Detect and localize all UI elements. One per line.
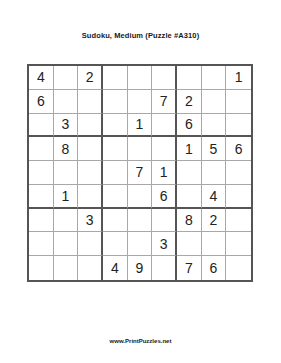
puzzle-title: Sudoku, Medium (Puzzle #A310) bbox=[0, 31, 281, 40]
cell-r1c1: 4 bbox=[29, 66, 54, 90]
cell-r8c2 bbox=[54, 232, 79, 256]
cell-r3c3 bbox=[78, 114, 103, 138]
cell-r9c9 bbox=[226, 256, 251, 280]
cell-r9c1 bbox=[29, 256, 54, 280]
cell-r5c3 bbox=[78, 161, 103, 185]
cell-r4c9: 6 bbox=[226, 137, 251, 161]
cell-r7c3: 3 bbox=[78, 209, 103, 233]
cell-r8c1 bbox=[29, 232, 54, 256]
cell-r6c8: 4 bbox=[202, 185, 227, 209]
cell-r8c5 bbox=[128, 232, 153, 256]
cell-r4c3 bbox=[78, 137, 103, 161]
cell-r9c3 bbox=[78, 256, 103, 280]
cell-r5c4 bbox=[103, 161, 128, 185]
cell-r1c9: 1 bbox=[226, 66, 251, 90]
cell-r5c9 bbox=[226, 161, 251, 185]
cell-r7c9 bbox=[226, 209, 251, 233]
cell-r9c8: 6 bbox=[202, 256, 227, 280]
cell-r5c2 bbox=[54, 161, 79, 185]
cell-r9c6 bbox=[152, 256, 177, 280]
cell-r3c6 bbox=[152, 114, 177, 138]
cell-r6c6: 6 bbox=[152, 185, 177, 209]
cell-r2c6: 7 bbox=[152, 90, 177, 114]
cell-r8c9 bbox=[226, 232, 251, 256]
cell-r9c5: 9 bbox=[128, 256, 153, 280]
cell-r6c1 bbox=[29, 185, 54, 209]
cell-r5c7 bbox=[177, 161, 202, 185]
cell-r2c5 bbox=[128, 90, 153, 114]
cell-r4c2: 8 bbox=[54, 137, 79, 161]
cell-r8c4 bbox=[103, 232, 128, 256]
cell-r1c6 bbox=[152, 66, 177, 90]
cell-r4c1 bbox=[29, 137, 54, 161]
cell-r2c1: 6 bbox=[29, 90, 54, 114]
cell-r7c1 bbox=[29, 209, 54, 233]
cell-r3c8 bbox=[202, 114, 227, 138]
cell-r5c1 bbox=[29, 161, 54, 185]
cell-r4c7: 1 bbox=[177, 137, 202, 161]
cell-r6c4 bbox=[103, 185, 128, 209]
cell-r1c8 bbox=[202, 66, 227, 90]
cell-r6c3 bbox=[78, 185, 103, 209]
cell-r5c5: 7 bbox=[128, 161, 153, 185]
cell-r5c6: 1 bbox=[152, 161, 177, 185]
cell-r6c7 bbox=[177, 185, 202, 209]
cell-r8c6: 3 bbox=[152, 232, 177, 256]
cell-r8c8 bbox=[202, 232, 227, 256]
cell-r8c3 bbox=[78, 232, 103, 256]
cell-r2c9 bbox=[226, 90, 251, 114]
cell-r2c7: 2 bbox=[177, 90, 202, 114]
cell-r3c1 bbox=[29, 114, 54, 138]
cell-r3c5: 1 bbox=[128, 114, 153, 138]
cell-r2c3 bbox=[78, 90, 103, 114]
cell-r9c7: 7 bbox=[177, 256, 202, 280]
cell-r7c6 bbox=[152, 209, 177, 233]
cell-r2c2 bbox=[54, 90, 79, 114]
cell-r9c4: 4 bbox=[103, 256, 128, 280]
cell-r6c5 bbox=[128, 185, 153, 209]
cell-r1c4 bbox=[103, 66, 128, 90]
cell-r4c4 bbox=[103, 137, 128, 161]
cell-r4c8: 5 bbox=[202, 137, 227, 161]
cell-r4c5 bbox=[128, 137, 153, 161]
cell-r2c4 bbox=[103, 90, 128, 114]
cell-r1c2 bbox=[54, 66, 79, 90]
cell-r7c8: 2 bbox=[202, 209, 227, 233]
cell-r3c4 bbox=[103, 114, 128, 138]
cell-r1c5 bbox=[128, 66, 153, 90]
footer-url: www.PrintPuzzles.net bbox=[0, 338, 281, 344]
cell-r2c8 bbox=[202, 90, 227, 114]
cell-r1c7 bbox=[177, 66, 202, 90]
puzzle-page: Sudoku, Medium (Puzzle #A310) 4216723168… bbox=[0, 0, 281, 363]
cell-r1c3: 2 bbox=[78, 66, 103, 90]
cell-r3c9 bbox=[226, 114, 251, 138]
cell-r7c4 bbox=[103, 209, 128, 233]
cell-r6c2: 1 bbox=[54, 185, 79, 209]
cell-r9c2 bbox=[54, 256, 79, 280]
cell-r5c8 bbox=[202, 161, 227, 185]
cell-r3c2: 3 bbox=[54, 114, 79, 138]
cell-r7c2 bbox=[54, 209, 79, 233]
cell-r6c9 bbox=[226, 185, 251, 209]
sudoku-grid: 42167231681567116438234976 bbox=[27, 64, 253, 282]
cell-r8c7 bbox=[177, 232, 202, 256]
cell-r7c5 bbox=[128, 209, 153, 233]
cell-r4c6 bbox=[152, 137, 177, 161]
cell-r3c7: 6 bbox=[177, 114, 202, 138]
cell-r7c7: 8 bbox=[177, 209, 202, 233]
